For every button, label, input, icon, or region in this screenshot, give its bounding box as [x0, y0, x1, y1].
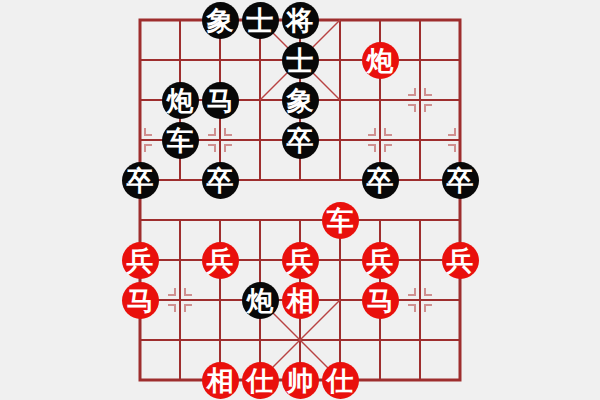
red-chariot-glyph: 车	[322, 202, 359, 239]
piece-red-cannon[interactable]: 炮	[360, 40, 400, 80]
piece-black-soldier[interactable]: 卒	[440, 160, 480, 200]
piece-red-general[interactable]: 帅	[280, 360, 320, 400]
red-soldier-glyph: 兵	[202, 242, 239, 279]
piece-red-soldier[interactable]: 兵	[440, 240, 480, 280]
piece-layer: 象士将士炮炮马象车卒卒卒卒卒车兵兵兵兵兵马炮相马相仕帅仕	[120, 0, 480, 400]
black-advisor-glyph: 士	[282, 42, 319, 79]
piece-black-elephant[interactable]: 象	[200, 0, 240, 40]
piece-black-horse[interactable]: 马	[200, 80, 240, 120]
piece-black-general[interactable]: 将	[280, 0, 320, 40]
black-soldier-glyph: 卒	[442, 162, 479, 199]
piece-black-soldier[interactable]: 卒	[360, 160, 400, 200]
red-soldier-glyph: 兵	[282, 242, 319, 279]
piece-red-soldier[interactable]: 兵	[120, 240, 160, 280]
piece-black-soldier[interactable]: 卒	[120, 160, 160, 200]
piece-red-elephant[interactable]: 相	[280, 280, 320, 320]
piece-black-advisor[interactable]: 士	[280, 40, 320, 80]
piece-red-advisor[interactable]: 仕	[320, 360, 360, 400]
black-soldier-glyph: 卒	[122, 162, 159, 199]
piece-red-soldier[interactable]: 兵	[360, 240, 400, 280]
black-horse-glyph: 马	[202, 82, 239, 119]
piece-red-elephant[interactable]: 相	[200, 360, 240, 400]
piece-red-horse[interactable]: 马	[120, 280, 160, 320]
black-chariot-glyph: 车	[162, 122, 199, 159]
red-advisor-glyph: 仕	[242, 362, 279, 399]
piece-black-soldier[interactable]: 卒	[280, 120, 320, 160]
red-cannon-glyph: 炮	[362, 42, 399, 79]
black-cannon-glyph: 炮	[242, 282, 279, 319]
red-soldier-glyph: 兵	[442, 242, 479, 279]
black-elephant-glyph: 象	[282, 82, 319, 119]
black-soldier-glyph: 卒	[202, 162, 239, 199]
piece-red-soldier[interactable]: 兵	[280, 240, 320, 280]
piece-red-advisor[interactable]: 仕	[240, 360, 280, 400]
piece-black-advisor[interactable]: 士	[240, 0, 280, 40]
piece-red-chariot[interactable]: 车	[320, 200, 360, 240]
piece-black-soldier[interactable]: 卒	[200, 160, 240, 200]
red-horse-glyph: 马	[362, 282, 399, 319]
red-elephant-glyph: 相	[202, 362, 239, 399]
black-elephant-glyph: 象	[202, 2, 239, 39]
piece-black-elephant[interactable]: 象	[280, 80, 320, 120]
piece-black-cannon[interactable]: 炮	[240, 280, 280, 320]
red-soldier-glyph: 兵	[122, 242, 159, 279]
red-general-glyph: 帅	[282, 362, 319, 399]
black-general-glyph: 将	[282, 2, 319, 39]
black-soldier-glyph: 卒	[282, 122, 319, 159]
red-soldier-glyph: 兵	[362, 242, 399, 279]
black-soldier-glyph: 卒	[362, 162, 399, 199]
red-advisor-glyph: 仕	[322, 362, 359, 399]
piece-black-cannon[interactable]: 炮	[160, 80, 200, 120]
red-horse-glyph: 马	[122, 282, 159, 319]
xiangqi-board: 象士将士炮炮马象车卒卒卒卒卒车兵兵兵兵兵马炮相马相仕帅仕	[0, 0, 600, 400]
piece-red-soldier[interactable]: 兵	[200, 240, 240, 280]
piece-black-chariot[interactable]: 车	[160, 120, 200, 160]
black-advisor-glyph: 士	[242, 2, 279, 39]
red-elephant-glyph: 相	[282, 282, 319, 319]
piece-red-horse[interactable]: 马	[360, 280, 400, 320]
black-cannon-glyph: 炮	[162, 82, 199, 119]
